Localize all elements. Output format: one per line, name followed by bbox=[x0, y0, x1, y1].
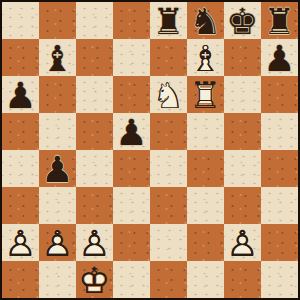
square-d6[interactable] bbox=[113, 76, 150, 113]
square-g3[interactable] bbox=[224, 187, 261, 224]
square-f8[interactable]: ♞︎ bbox=[187, 2, 224, 39]
square-c3[interactable] bbox=[76, 187, 113, 224]
square-b2[interactable]: ♟︎♙︎ bbox=[39, 224, 76, 261]
square-c1[interactable]: ♚︎♔︎ bbox=[76, 261, 113, 298]
black-rook[interactable]: ♜︎ bbox=[261, 2, 298, 39]
square-h5[interactable] bbox=[261, 113, 298, 150]
square-d5[interactable]: ♟︎ bbox=[113, 113, 150, 150]
square-g6[interactable] bbox=[224, 76, 261, 113]
square-h7[interactable]: ♟︎ bbox=[261, 39, 298, 76]
black-bishop[interactable]: ♝︎ bbox=[39, 39, 76, 76]
square-b7[interactable]: ♝︎ bbox=[39, 39, 76, 76]
square-h3[interactable] bbox=[261, 187, 298, 224]
piece-fill-layer: ♟︎ bbox=[41, 152, 73, 188]
square-a8[interactable] bbox=[2, 2, 39, 39]
chess-board: ♜︎♞︎♚︎♜︎♝︎♝︎♗︎♟︎♟︎♞︎♘︎♜︎♖︎♟︎♟︎♟︎♙︎♟︎♙︎♟︎… bbox=[0, 0, 300, 300]
black-rook[interactable]: ♜︎ bbox=[150, 2, 187, 39]
black-knight[interactable]: ♞︎ bbox=[187, 2, 224, 39]
piece-outline-layer: ♗︎ bbox=[189, 41, 221, 77]
piece-outline-layer: ♘︎ bbox=[152, 78, 184, 114]
square-a7[interactable] bbox=[2, 39, 39, 76]
square-d8[interactable] bbox=[113, 2, 150, 39]
square-f7[interactable]: ♝︎♗︎ bbox=[187, 39, 224, 76]
square-c7[interactable] bbox=[76, 39, 113, 76]
square-f5[interactable] bbox=[187, 113, 224, 150]
piece-fill-layer: ♜︎ bbox=[263, 4, 295, 40]
white-pawn[interactable]: ♟︎♙︎ bbox=[76, 224, 113, 261]
square-e4[interactable] bbox=[150, 150, 187, 187]
square-e2[interactable] bbox=[150, 224, 187, 261]
black-pawn[interactable]: ♟︎ bbox=[39, 150, 76, 187]
white-knight[interactable]: ♞︎♘︎ bbox=[150, 76, 187, 113]
white-bishop[interactable]: ♝︎♗︎ bbox=[187, 39, 224, 76]
piece-outline-layer: ♙︎ bbox=[4, 226, 36, 262]
square-f6[interactable]: ♜︎♖︎ bbox=[187, 76, 224, 113]
square-d7[interactable] bbox=[113, 39, 150, 76]
piece-fill-layer: ♟︎ bbox=[115, 115, 147, 151]
square-g8[interactable]: ♚︎ bbox=[224, 2, 261, 39]
piece-outline-layer: ♙︎ bbox=[78, 226, 110, 262]
piece-fill-layer: ♚︎ bbox=[226, 4, 258, 40]
square-b6[interactable] bbox=[39, 76, 76, 113]
square-f1[interactable] bbox=[187, 261, 224, 298]
square-g5[interactable] bbox=[224, 113, 261, 150]
white-pawn[interactable]: ♟︎♙︎ bbox=[39, 224, 76, 261]
piece-fill-layer: ♟︎ bbox=[263, 41, 295, 77]
square-b5[interactable] bbox=[39, 113, 76, 150]
square-g7[interactable] bbox=[224, 39, 261, 76]
square-a6[interactable]: ♟︎ bbox=[2, 76, 39, 113]
square-d2[interactable] bbox=[113, 224, 150, 261]
piece-fill-layer: ♞︎ bbox=[189, 4, 221, 40]
square-c6[interactable] bbox=[76, 76, 113, 113]
piece-fill-layer: ♝︎ bbox=[41, 41, 73, 77]
square-f2[interactable] bbox=[187, 224, 224, 261]
square-b3[interactable] bbox=[39, 187, 76, 224]
white-king[interactable]: ♚︎♔︎ bbox=[76, 261, 113, 298]
square-a1[interactable] bbox=[2, 261, 39, 298]
square-c4[interactable] bbox=[76, 150, 113, 187]
square-a5[interactable] bbox=[2, 113, 39, 150]
black-pawn[interactable]: ♟︎ bbox=[113, 113, 150, 150]
white-pawn[interactable]: ♟︎♙︎ bbox=[2, 224, 39, 261]
square-f3[interactable] bbox=[187, 187, 224, 224]
piece-outline-layer: ♙︎ bbox=[226, 226, 258, 262]
piece-outline-layer: ♖︎ bbox=[189, 78, 221, 114]
piece-fill-layer: ♟︎ bbox=[4, 78, 36, 114]
square-d3[interactable] bbox=[113, 187, 150, 224]
square-e5[interactable] bbox=[150, 113, 187, 150]
piece-outline-layer: ♔︎ bbox=[78, 263, 110, 299]
square-d1[interactable] bbox=[113, 261, 150, 298]
white-rook[interactable]: ♜︎♖︎ bbox=[187, 76, 224, 113]
square-a4[interactable] bbox=[2, 150, 39, 187]
square-h8[interactable]: ♜︎ bbox=[261, 2, 298, 39]
square-g4[interactable] bbox=[224, 150, 261, 187]
square-f4[interactable] bbox=[187, 150, 224, 187]
square-g2[interactable]: ♟︎♙︎ bbox=[224, 224, 261, 261]
square-b8[interactable] bbox=[39, 2, 76, 39]
piece-fill-layer: ♜︎ bbox=[152, 4, 184, 40]
square-e6[interactable]: ♞︎♘︎ bbox=[150, 76, 187, 113]
square-c8[interactable] bbox=[76, 2, 113, 39]
square-e8[interactable]: ♜︎ bbox=[150, 2, 187, 39]
square-e3[interactable] bbox=[150, 187, 187, 224]
square-b1[interactable] bbox=[39, 261, 76, 298]
square-h4[interactable] bbox=[261, 150, 298, 187]
black-pawn[interactable]: ♟︎ bbox=[261, 39, 298, 76]
square-a2[interactable]: ♟︎♙︎ bbox=[2, 224, 39, 261]
square-h6[interactable] bbox=[261, 76, 298, 113]
square-e7[interactable] bbox=[150, 39, 187, 76]
black-king[interactable]: ♚︎ bbox=[224, 2, 261, 39]
square-c5[interactable] bbox=[76, 113, 113, 150]
square-h2[interactable] bbox=[261, 224, 298, 261]
square-a3[interactable] bbox=[2, 187, 39, 224]
square-h1[interactable] bbox=[261, 261, 298, 298]
square-b4[interactable]: ♟︎ bbox=[39, 150, 76, 187]
square-e1[interactable] bbox=[150, 261, 187, 298]
black-pawn[interactable]: ♟︎ bbox=[2, 76, 39, 113]
square-d4[interactable] bbox=[113, 150, 150, 187]
square-c2[interactable]: ♟︎♙︎ bbox=[76, 224, 113, 261]
white-pawn[interactable]: ♟︎♙︎ bbox=[224, 224, 261, 261]
square-g1[interactable] bbox=[224, 261, 261, 298]
piece-outline-layer: ♙︎ bbox=[41, 226, 73, 262]
